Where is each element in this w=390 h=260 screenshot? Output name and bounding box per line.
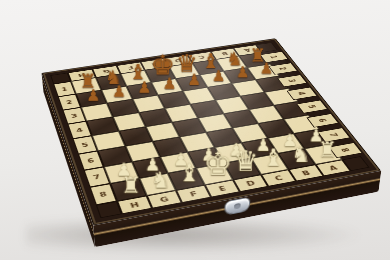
rank-label-right-8: 8 [328,142,362,158]
square-e5 [172,118,206,137]
rank-label-left-7: 7 [84,167,111,187]
rank-label-right-3: 3 [277,75,307,87]
square-f5 [146,122,180,141]
square-b7 [268,134,305,154]
square-e6 [180,132,215,152]
square-b8 [278,149,316,170]
rank-label-left-8: 8 [90,184,117,206]
square-h5 [92,131,126,151]
square-g6 [125,141,160,161]
board-3d: HGFEDCBA1122334455667788HGFEDCBA ♜♞♝♚♛♝♞… [42,38,382,225]
square-c8 [251,153,288,174]
file-label-front-e: E [205,180,240,198]
rank-label-right-4: 4 [286,87,317,100]
rank-label-right-5: 5 [296,100,328,114]
square-h4 [86,117,119,136]
file-label-front-d: D [233,175,268,192]
square-h6 [98,146,132,167]
rank-label-right-6: 6 [306,113,339,127]
rank-label-right-1: 1 [260,51,289,62]
square-a8 [304,144,342,165]
file-label-front-a: A [316,160,351,177]
square-g7 [132,157,168,178]
photo-backdrop: HGFEDCBA1122334455667788HGFEDCBA ♜♞♝♚♛♝♞… [0,0,390,260]
rank-label-right-7: 7 [317,127,351,142]
rank-label-left-6: 6 [78,151,104,170]
frame-corner [96,201,122,218]
file-label-front-g: G [147,190,182,208]
rank-label-left-4: 4 [67,121,91,139]
square-h7 [104,162,139,184]
file-label-front-f: F [176,185,211,203]
rank-label-right-2: 2 [268,63,298,75]
square-g8 [139,173,176,195]
file-label-front-h: H [117,196,152,214]
square-e8 [196,163,233,185]
square-c6 [232,123,267,142]
rank-label-left-5: 5 [73,136,98,155]
square-b6 [258,119,294,138]
metal-clasp [225,198,249,215]
frame-corner [342,156,369,171]
square-d6 [206,128,241,147]
square-g5 [119,127,153,146]
square-f6 [153,137,188,157]
square-f8 [168,168,205,190]
file-label-front-c: C [261,170,296,187]
square-c7 [241,138,277,158]
square-e7 [188,147,224,168]
square-h8 [110,178,146,201]
file-label-front-b: B [288,165,323,182]
square-d7 [215,143,251,163]
square-d8 [224,158,261,179]
square-f7 [160,152,196,173]
square-a7 [294,129,331,149]
